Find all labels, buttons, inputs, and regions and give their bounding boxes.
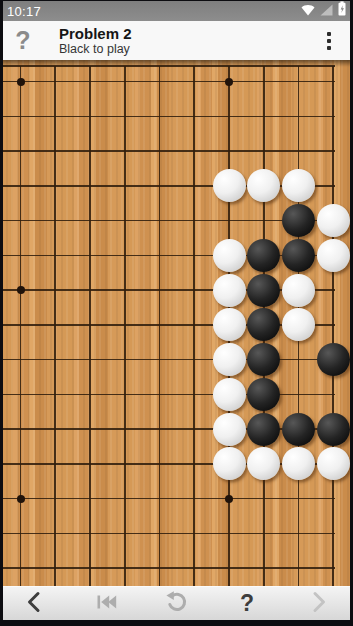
chevron-right-icon xyxy=(305,589,331,619)
stone-white[interactable] xyxy=(213,447,246,480)
grid-line xyxy=(0,498,335,500)
go-board[interactable] xyxy=(0,60,353,586)
grid-line xyxy=(54,66,56,587)
screen-edge xyxy=(0,620,353,626)
stone-white[interactable] xyxy=(317,204,350,237)
stone-white[interactable] xyxy=(213,343,246,376)
screen-edge xyxy=(0,0,353,1)
grid-line xyxy=(0,116,335,118)
star-point xyxy=(225,78,233,86)
status-bar: 10:17 xyxy=(0,0,353,21)
star-point xyxy=(17,495,25,503)
battery-icon xyxy=(338,1,346,20)
star-point xyxy=(17,286,25,294)
stone-black[interactable] xyxy=(282,239,315,272)
stone-black[interactable] xyxy=(282,413,315,446)
chevron-left-icon xyxy=(22,589,48,619)
star-point xyxy=(225,495,233,503)
stone-black[interactable] xyxy=(317,413,350,446)
stone-white[interactable] xyxy=(213,169,246,202)
phone-screen: 10:17 ? Problem 2 Black to play xyxy=(0,0,353,626)
undo-button[interactable] xyxy=(141,587,212,620)
grid-line xyxy=(20,66,22,587)
kebab-dot xyxy=(327,39,331,43)
star-point xyxy=(17,78,25,86)
stone-black[interactable] xyxy=(317,343,350,376)
grid-line xyxy=(0,394,335,396)
hint-button[interactable]: ? xyxy=(212,587,283,620)
stone-black[interactable] xyxy=(247,413,280,446)
navigation-toolbar: ? xyxy=(0,586,353,620)
board-clip-edge xyxy=(0,65,335,67)
undo-icon xyxy=(163,589,189,619)
turn-indicator: Black to play xyxy=(59,42,309,57)
wifi-icon xyxy=(301,2,315,20)
stone-black[interactable] xyxy=(247,239,280,272)
stone-white[interactable] xyxy=(282,169,315,202)
grid-line xyxy=(0,359,335,361)
stone-white[interactable] xyxy=(213,274,246,307)
question-mark-icon: ? xyxy=(240,592,254,615)
stone-white[interactable] xyxy=(282,308,315,341)
skip-to-start-button[interactable] xyxy=(71,587,142,620)
stone-black[interactable] xyxy=(247,343,280,376)
grid-line xyxy=(0,150,335,152)
stone-white[interactable] xyxy=(213,308,246,341)
forward-button[interactable] xyxy=(282,587,353,620)
grid-line xyxy=(193,66,195,587)
overflow-menu-button[interactable] xyxy=(309,32,353,50)
grid-line xyxy=(159,66,161,587)
page-title: Problem 2 xyxy=(59,25,309,42)
stone-black[interactable] xyxy=(247,378,280,411)
grid-line xyxy=(0,81,335,83)
skip-to-start-icon xyxy=(93,589,119,619)
grid-line xyxy=(89,66,91,587)
stone-white[interactable] xyxy=(282,447,315,480)
grid-line xyxy=(0,533,335,535)
clock: 10:17 xyxy=(7,3,41,19)
back-button[interactable] xyxy=(0,587,71,620)
stone-white[interactable] xyxy=(247,447,280,480)
stone-white[interactable] xyxy=(213,378,246,411)
screen-edge xyxy=(0,0,3,626)
grid-line xyxy=(332,66,334,587)
stone-white[interactable] xyxy=(282,274,315,307)
problem-status-icon: ? xyxy=(0,28,46,53)
stone-white[interactable] xyxy=(213,413,246,446)
stone-white[interactable] xyxy=(247,169,280,202)
app-bar: ? Problem 2 Black to play xyxy=(0,21,353,60)
grid-line xyxy=(0,567,335,569)
stone-black[interactable] xyxy=(247,274,280,307)
kebab-dot xyxy=(327,32,331,36)
grid-line xyxy=(124,66,126,587)
stone-black[interactable] xyxy=(247,308,280,341)
kebab-dot xyxy=(327,46,331,50)
signal-icon xyxy=(320,2,333,20)
stone-white[interactable] xyxy=(213,239,246,272)
stone-white[interactable] xyxy=(317,447,350,480)
stone-white[interactable] xyxy=(317,239,350,272)
stone-black[interactable] xyxy=(282,204,315,237)
